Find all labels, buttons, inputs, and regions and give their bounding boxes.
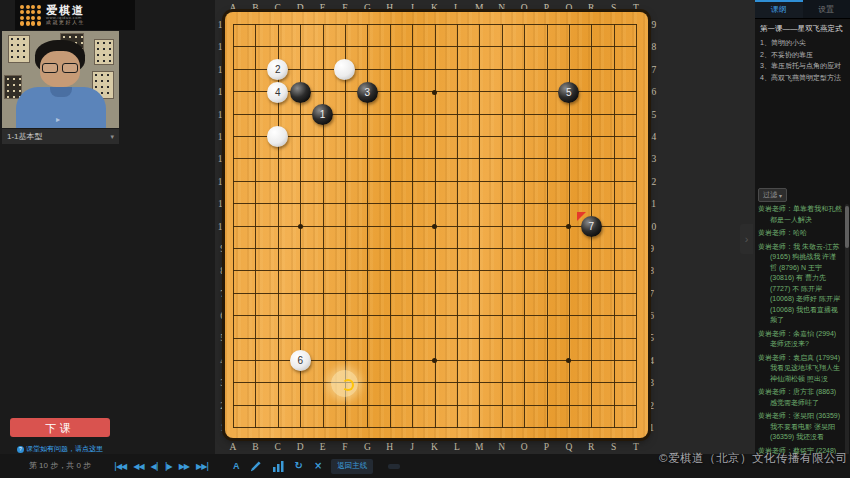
step-status: 第 10 步，共 0 步 [10,460,110,471]
stone-black-move-1: 1 [312,104,333,125]
col-label: B [244,440,266,454]
clear-tool-button[interactable]: × [312,460,324,472]
board-select-dropdown[interactable]: 1-1基本型 ▾ [2,129,119,144]
col-label: M [468,440,490,454]
star-point [432,90,437,95]
stone-white-move-4: 4 [267,82,288,103]
col-label: Q [558,440,580,454]
chat-scrollbar[interactable] [845,204,849,472]
goban-wood: 1234567 [225,12,648,438]
brand-logo: 爱棋道 www.iqidao.com 成就更好人生 [15,0,135,30]
stone-black-move-5: 5 [558,82,579,103]
pen-icon [251,461,262,472]
bar-chart-icon [273,461,284,472]
nav-step-back-button[interactable]: ◀| [149,460,160,473]
stone-black-move-3: 3 [357,82,378,103]
help-link-label: 课堂如有问题，请点这里 [26,444,103,454]
chat-message: 黄岩老师：唐方非 (8863) 感觉需老师哇了 [758,387,842,408]
copyright-watermark: ©爱棋道（北京）文化传播有限公司 [659,451,848,466]
tab-outline[interactable]: 课纲 [755,0,803,18]
column-labels-bottom: ABCDEFGHJKLMNOPQRST [222,440,648,454]
wall-poster [94,39,114,65]
chat-message-list: 黄岩老师：单靠着我和孔然都是一人解决黄岩老师：哈哈黄岩老师：我 朱敬云-江苏 (… [758,204,842,476]
col-label: J [401,440,423,454]
stone-white-F17 [334,59,355,80]
col-label: C [267,440,289,454]
stone-white-move-6: 6 [290,350,311,371]
nav-step-forward-button[interactable]: |▶ [163,460,174,473]
end-class-button[interactable]: 下课 [10,418,110,437]
chat-message: 黄岩老师：我 朱敬云-江苏 (9165) 狗挑战我 许谨哲 (8796) N 王… [758,242,842,326]
tab-settings[interactable]: 设置 [803,0,850,18]
outline-item: 2、不妥协的靠压 [760,49,845,61]
move-navigation: |◀◀ ◀◀ ◀| |▶ ▶▶ ▶▶| [112,454,210,478]
rotate-tool-button[interactable]: ↻ [293,460,305,472]
star-point [432,224,437,229]
close-icon: × [314,461,322,471]
teacher-glasses [42,63,78,73]
lesson-outline: 第一课——星双飞燕定式 1、简明的小尖 2、不妥协的靠压 3、靠压后托与点角的应… [755,19,850,83]
stone-white-C14 [267,126,288,147]
annotation-tools: A ↻ × 返回主线 [231,454,400,478]
teacher-video[interactable]: ▸ [2,31,119,128]
chat-message: 黄岩老师：张昊阳 (36359) 我不要看电影 张昊阳 (36359) 我还没看 [758,411,842,443]
fullscreen-button[interactable] [388,464,400,469]
chat-filter-label: 过滤 [763,190,777,200]
col-label: F [334,440,356,454]
chat-message: 黄岩老师：余嘉怡 (2994) 老师还没来? [758,329,842,350]
col-label: P [535,440,557,454]
outline-item: 1、简明的小尖 [760,37,845,49]
brand-tagline: 成就更好人生 [46,20,85,25]
return-main-line-button[interactable]: 返回主线 [331,459,373,474]
board-area: ABCDEFGHJKLMNOPQRST ABCDEFGHJKLMNOPQRST … [215,0,755,478]
outline-item: 3、靠压后托与点角的应对 [760,60,845,72]
teacher-pointer-highlight [331,370,358,397]
col-label: H [379,440,401,454]
col-label: N [490,440,512,454]
chat-message: 黄岩老师：哈哈 [758,228,842,239]
lesson-title: 第一课——星双飞燕定式 [760,24,845,34]
panel-collapse-handle[interactable]: › [740,224,753,254]
star-point [566,224,571,229]
chevron-down-icon: ▾ [779,192,782,199]
chat-scrollbar-thumb[interactable] [845,206,849,248]
star-point [298,224,303,229]
col-label: R [580,440,602,454]
chevron-down-icon: ▾ [110,133,114,141]
chart-tool-button[interactable] [271,460,286,473]
nav-fast-rewind-button[interactable]: ◀◀ [131,460,145,473]
brand-dots-icon [20,5,41,26]
star-point [432,358,437,363]
chat-filter-dropdown[interactable]: 过滤 ▾ [758,188,787,202]
chevron-right-icon: › [745,233,749,245]
nav-fast-forward-button[interactable]: ▶▶ [177,460,191,473]
col-label: D [289,440,311,454]
right-panel-tabs: 课纲 设置 [755,0,850,19]
last-move-marker [577,212,586,221]
brand-text: 爱棋道 www.iqidao.com 成就更好人生 [46,5,85,26]
col-label: T [625,440,647,454]
col-label: S [602,440,624,454]
help-icon: ? [17,446,24,453]
col-label: L [446,440,468,454]
label-tool-button[interactable]: A [231,460,242,472]
wall-poster [8,35,30,63]
rotate-icon: ↻ [295,461,303,471]
left-panel: 爱棋道 www.iqidao.com 成就更好人生 ▸ 1-1基本型 ▾ 下课 … [0,0,215,478]
col-label: G [356,440,378,454]
stone-white-move-2: 2 [267,59,288,80]
col-label: K [423,440,445,454]
pen-tool-button[interactable] [249,460,264,473]
col-label: E [311,440,333,454]
chat-panel: 过滤 ▾ 黄岩老师：单靠着我和孔然都是一人解决黄岩老师：哈哈黄岩老师：我 朱敬云… [755,183,850,478]
board-select-label: 1-1基本型 [7,131,43,142]
play-icon: ▸ [56,115,60,124]
star-point [566,358,571,363]
col-label: O [513,440,535,454]
stone-black-D16 [290,82,311,103]
outline-item: 4、高双飞燕简明定型方法 [760,72,845,84]
chat-message: 黄岩老师：单靠着我和孔然都是一人解决 [758,204,842,225]
nav-last-button[interactable]: ▶▶| [194,460,210,473]
help-link[interactable]: ? 课堂如有问题，请点这里 [10,444,110,454]
goban-grid[interactable]: 1234567 [222,14,648,440]
col-label: A [222,440,244,454]
stone-black-move-7: 7 [581,216,602,237]
chat-message: 黄岩老师：袁启真 (17994) 我看见这地球飞翔人生 神仙湖松顿 照出没 [758,353,842,385]
right-panel: 课纲 设置 第一课——星双飞燕定式 1、简明的小尖 2、不妥协的靠压 3、靠压后… [755,0,850,478]
label-a-icon: A [233,461,240,471]
nav-first-button[interactable]: |◀◀ [112,460,128,473]
